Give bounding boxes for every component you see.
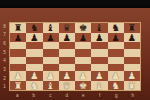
square-g7[interactable]: ♟ <box>108 33 124 43</box>
white-bishop[interactable]: ♝ <box>46 80 55 90</box>
file-label-a: a <box>9 91 26 100</box>
black-pawn[interactable]: ♟ <box>46 32 55 42</box>
file-label-h: h <box>125 91 142 100</box>
square-e4[interactable] <box>75 57 91 64</box>
square-b1[interactable]: ♞ <box>26 81 42 91</box>
black-pawn[interactable]: ♟ <box>30 32 39 42</box>
square-f5[interactable] <box>91 49 107 56</box>
square-a1[interactable]: ♜ <box>10 81 26 91</box>
black-pawn[interactable]: ♟ <box>79 32 88 42</box>
square-e6[interactable] <box>75 42 91 49</box>
rank-label-8: 8 <box>0 22 9 31</box>
square-f6[interactable] <box>91 42 107 49</box>
rank-label-6: 6 <box>0 39 9 48</box>
square-c4[interactable] <box>43 57 59 64</box>
square-g6[interactable] <box>108 42 124 49</box>
rank-labels: 87654321 <box>0 22 9 91</box>
white-bishop[interactable]: ♝ <box>95 80 104 90</box>
file-label-f: f <box>92 91 109 100</box>
square-b6[interactable] <box>26 42 42 49</box>
square-h7[interactable]: ♟ <box>124 33 140 43</box>
square-a5[interactable] <box>10 49 26 56</box>
square-g4[interactable] <box>108 57 124 64</box>
square-f7[interactable]: ♟ <box>91 33 107 43</box>
rank-label-5: 5 <box>0 48 9 57</box>
rank-label-7: 7 <box>0 31 9 40</box>
square-e7[interactable]: ♟ <box>75 33 91 43</box>
square-c5[interactable] <box>43 49 59 56</box>
square-a7[interactable]: ♟ <box>10 33 26 43</box>
chess-board: ♜♞♝♛♚♝♞♜♟♟♟♟♟♟♟♟♟♟♟♟♟♟♟♟♜♞♝♛♚♝♞♜ <box>9 22 141 91</box>
square-h5[interactable] <box>124 49 140 56</box>
square-h6[interactable] <box>124 42 140 49</box>
square-f1[interactable]: ♝ <box>91 81 107 91</box>
rank-label-2: 2 <box>0 74 9 83</box>
square-b4[interactable] <box>26 57 42 64</box>
square-a6[interactable] <box>10 42 26 49</box>
white-king[interactable]: ♚ <box>79 80 88 90</box>
black-pawn[interactable]: ♟ <box>95 32 104 42</box>
white-rook[interactable]: ♜ <box>14 80 23 90</box>
file-label-e: e <box>75 91 92 100</box>
rank-label-1: 1 <box>0 82 9 91</box>
white-knight[interactable]: ♞ <box>30 80 39 90</box>
square-b7[interactable]: ♟ <box>26 33 42 43</box>
square-b5[interactable] <box>26 49 42 56</box>
black-pawn[interactable]: ♟ <box>63 32 72 42</box>
file-label-b: b <box>26 91 43 100</box>
square-c1[interactable]: ♝ <box>43 81 59 91</box>
file-label-g: g <box>108 91 125 100</box>
white-queen[interactable]: ♛ <box>63 80 72 90</box>
square-a4[interactable] <box>10 57 26 64</box>
rank-label-3: 3 <box>0 65 9 74</box>
square-e5[interactable] <box>75 49 91 56</box>
square-c6[interactable] <box>43 42 59 49</box>
black-pawn[interactable]: ♟ <box>111 32 120 42</box>
square-d1[interactable]: ♛ <box>59 81 75 91</box>
white-knight[interactable]: ♞ <box>111 80 120 90</box>
square-d4[interactable] <box>59 57 75 64</box>
black-pawn[interactable]: ♟ <box>128 32 137 42</box>
square-d7[interactable]: ♟ <box>59 33 75 43</box>
board-frame: ♜♞♝♛♚♝♞♜♟♟♟♟♟♟♟♟♟♟♟♟♟♟♟♟♜♞♝♛♚♝♞♜ abcdefg… <box>0 8 150 100</box>
square-h1[interactable]: ♜ <box>124 81 140 91</box>
file-label-c: c <box>42 91 59 100</box>
file-labels: abcdefgh <box>9 91 141 100</box>
square-c7[interactable]: ♟ <box>43 33 59 43</box>
square-e1[interactable]: ♚ <box>75 81 91 91</box>
file-label-d: d <box>59 91 76 100</box>
square-f4[interactable] <box>91 57 107 64</box>
square-g5[interactable] <box>108 49 124 56</box>
square-g1[interactable]: ♞ <box>108 81 124 91</box>
white-rook[interactable]: ♜ <box>128 80 137 90</box>
black-pawn[interactable]: ♟ <box>14 32 23 42</box>
square-d5[interactable] <box>59 49 75 56</box>
square-d6[interactable] <box>59 42 75 49</box>
rank-label-4: 4 <box>0 57 9 66</box>
square-h4[interactable] <box>124 57 140 64</box>
chess-photo-scene: ♜♞♝♛♚♝♞♜♟♟♟♟♟♟♟♟♟♟♟♟♟♟♟♟♜♞♝♛♚♝♞♜ abcdefg… <box>0 0 150 100</box>
